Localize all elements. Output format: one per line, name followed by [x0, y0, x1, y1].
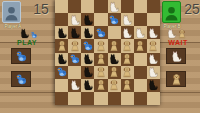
cell-r3-c1[interactable] — [68, 39, 81, 52]
cell-r6-c1[interactable] — [68, 79, 81, 92]
cell-r7-c0[interactable] — [55, 92, 68, 105]
cell-r5-c4[interactable] — [108, 66, 121, 79]
white-cat-piece[interactable] — [121, 27, 133, 39]
cell-r5-c7[interactable] — [147, 66, 160, 79]
white-cat-piece[interactable] — [108, 1, 120, 13]
blue-bird-piece[interactable] — [108, 14, 120, 26]
cell-r5-c6[interactable] — [134, 66, 147, 79]
dog-piece[interactable] — [95, 79, 107, 91]
cell-r0-c4[interactable] — [108, 0, 121, 13]
white-cat-piece[interactable] — [147, 66, 159, 78]
cell-r7-c4[interactable] — [108, 92, 121, 105]
cell-r0-c3[interactable] — [94, 0, 107, 13]
white-cat-piece[interactable] — [147, 27, 159, 39]
white-cat-piece[interactable] — [147, 53, 159, 65]
cell-r6-c3[interactable] — [94, 79, 107, 92]
cell-r3-c6[interactable] — [134, 39, 147, 52]
player-a-reserve-slot-1[interactable] — [11, 48, 31, 64]
cell-r4-c2[interactable] — [81, 53, 94, 66]
player-b-turn-status: WAIT — [163, 39, 193, 46]
dog-piece[interactable] — [56, 40, 68, 52]
white-cat-piece[interactable] — [121, 14, 133, 26]
cell-r1-c5[interactable] — [121, 13, 134, 26]
black-cat-piece[interactable] — [82, 79, 94, 91]
player-a-turn-status: PLAY — [12, 39, 42, 46]
dog-piece[interactable] — [121, 40, 133, 52]
cell-r3-c4[interactable] — [108, 39, 121, 52]
white-cat-piece — [170, 50, 183, 63]
blue-bird-piece[interactable] — [69, 53, 81, 65]
cell-r0-c7[interactable] — [147, 0, 160, 13]
cell-r0-c0[interactable] — [55, 0, 68, 13]
cell-r7-c1[interactable] — [68, 92, 81, 105]
cell-r3-c7[interactable] — [147, 39, 160, 52]
cell-r1-c1[interactable] — [68, 13, 81, 26]
cell-r7-c3[interactable] — [94, 92, 107, 105]
cell-r4-c0[interactable] — [55, 53, 68, 66]
cell-r6-c6[interactable] — [134, 79, 147, 92]
black-cat-piece[interactable] — [147, 79, 159, 91]
cell-r2-c0[interactable] — [55, 26, 68, 39]
cell-r0-c6[interactable] — [134, 0, 147, 13]
white-cat-piece[interactable] — [69, 14, 81, 26]
game-screen: Player A 15 PLAY Player B 25 WAIT — [0, 0, 200, 113]
white-cat-piece[interactable] — [134, 27, 146, 39]
player-b-avatar — [162, 1, 181, 23]
cell-r6-c2[interactable] — [81, 79, 94, 92]
dog-piece[interactable] — [95, 53, 107, 65]
dog-icon — [177, 29, 187, 39]
black-cat-icon — [19, 28, 30, 39]
cell-r4-c4[interactable] — [108, 53, 121, 66]
white-cat-icon — [166, 28, 177, 39]
cell-r5-c2[interactable] — [81, 66, 94, 79]
player-a-reserve-slot-2[interactable] — [11, 71, 31, 87]
cell-r4-c5[interactable] — [121, 53, 134, 66]
cell-r7-c2[interactable] — [81, 92, 94, 105]
dog-piece[interactable] — [121, 53, 133, 65]
blue-bird-piece[interactable] — [56, 66, 68, 78]
dog-piece[interactable] — [108, 66, 120, 78]
cell-r1-c3[interactable] — [94, 13, 107, 26]
blue-bird-icon — [30, 31, 38, 39]
cell-r3-c5[interactable] — [121, 39, 134, 52]
player-a-avatar — [2, 1, 21, 23]
black-cat-piece[interactable] — [108, 53, 120, 65]
cell-r1-c2[interactable] — [81, 13, 94, 26]
cell-r7-c5[interactable] — [121, 92, 134, 105]
cell-r0-c2[interactable] — [81, 0, 94, 13]
cell-r7-c7[interactable] — [147, 92, 160, 105]
cell-r3-c2[interactable] — [81, 39, 94, 52]
dog-piece[interactable] — [121, 79, 133, 91]
black-cat-piece[interactable] — [82, 66, 94, 78]
cell-r3-c0[interactable] — [55, 39, 68, 52]
game-board — [55, 0, 160, 105]
dog-piece[interactable] — [121, 66, 133, 78]
cell-r2-c4[interactable] — [108, 26, 121, 39]
cell-r5-c5[interactable] — [121, 66, 134, 79]
cell-r2-c5[interactable] — [121, 26, 134, 39]
cell-r5-c3[interactable] — [94, 66, 107, 79]
cell-r2-c3[interactable] — [94, 26, 107, 39]
cell-r1-c0[interactable] — [55, 13, 68, 26]
black-cat-piece[interactable] — [69, 27, 81, 39]
blue-bird-piece — [15, 73, 28, 86]
player-b-timer: 25 — [181, 1, 200, 17]
player-b-reserve-slot-1[interactable] — [166, 48, 186, 64]
cell-r6-c4[interactable] — [108, 79, 121, 92]
dog-piece[interactable] — [108, 79, 120, 91]
cell-r6-c7[interactable] — [147, 79, 160, 92]
black-cat-piece[interactable] — [82, 14, 94, 26]
dog-piece[interactable] — [147, 40, 159, 52]
dog-piece — [170, 73, 183, 86]
blue-bird-piece[interactable] — [82, 40, 94, 52]
dog-piece[interactable] — [95, 40, 107, 52]
cell-r4-c3[interactable] — [94, 53, 107, 66]
cell-r4-c7[interactable] — [147, 53, 160, 66]
cell-r5-c1[interactable] — [68, 66, 81, 79]
dog-piece[interactable] — [108, 40, 120, 52]
blue-bird-piece[interactable] — [95, 27, 107, 39]
black-cat-piece[interactable] — [82, 53, 94, 65]
player-a-timer: 15 — [30, 1, 52, 17]
dog-piece[interactable] — [134, 40, 146, 52]
blue-bird-piece — [15, 50, 28, 63]
cell-r2-c2[interactable] — [81, 26, 94, 39]
black-cat-piece[interactable] — [82, 27, 94, 39]
cell-r6-c0[interactable] — [55, 79, 68, 92]
dog-piece[interactable] — [69, 40, 81, 52]
cell-r2-c6[interactable] — [134, 26, 147, 39]
dog-piece[interactable] — [95, 66, 107, 78]
cell-r4-c1[interactable] — [68, 53, 81, 66]
cell-r0-c1[interactable] — [68, 0, 81, 13]
cell-r1-c6[interactable] — [134, 13, 147, 26]
person-icon — [163, 5, 180, 22]
cell-r4-c6[interactable] — [134, 53, 147, 66]
black-cat-piece[interactable] — [56, 27, 68, 39]
white-cat-piece[interactable] — [69, 79, 81, 91]
cell-r7-c6[interactable] — [134, 92, 147, 105]
cell-r0-c5[interactable] — [121, 0, 134, 13]
player-b-reserve-slot-2[interactable] — [166, 71, 186, 87]
black-cat-piece[interactable] — [56, 53, 68, 65]
person-icon — [3, 5, 20, 22]
cell-r5-c0[interactable] — [55, 66, 68, 79]
cell-r6-c5[interactable] — [121, 79, 134, 92]
cell-r1-c4[interactable] — [108, 13, 121, 26]
cell-r2-c1[interactable] — [68, 26, 81, 39]
cell-r3-c3[interactable] — [94, 39, 107, 52]
